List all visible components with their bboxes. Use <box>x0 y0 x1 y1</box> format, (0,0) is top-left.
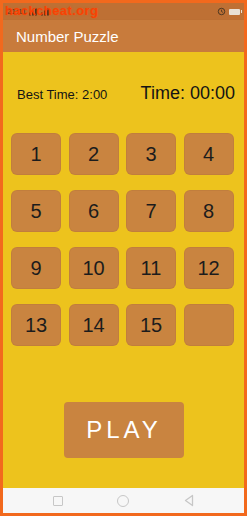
watermark: hackcheat.org <box>5 3 98 18</box>
tile-3[interactable]: 3 <box>126 133 176 175</box>
puzzle-board: 123456789101112131415 <box>11 133 234 346</box>
android-nav-bar <box>3 488 244 513</box>
tile-8[interactable]: 8 <box>184 190 234 232</box>
home-icon[interactable] <box>117 495 129 507</box>
alarm-clock-icon <box>217 7 226 16</box>
best-time-label: Best Time: <box>17 87 78 102</box>
best-time-text: Best Time: 2:00 <box>17 87 107 102</box>
tile-2[interactable]: 2 <box>69 133 119 175</box>
tile-14[interactable]: 14 <box>69 304 119 346</box>
tile-6[interactable]: 6 <box>69 190 119 232</box>
best-time-value: 2:00 <box>82 87 107 102</box>
tile-4[interactable]: 4 <box>184 133 234 175</box>
tile-5[interactable]: 5 <box>11 190 61 232</box>
tile-12[interactable]: 12 <box>184 247 234 289</box>
tile-7[interactable]: 7 <box>126 190 176 232</box>
timer-text: Time: 00:00 <box>141 83 235 104</box>
device-frame: 21:11 hackcheat.or <box>0 0 247 516</box>
main-area: Best Time: 2:00 Time: 00:00 123456789101… <box>3 52 244 488</box>
tile-empty <box>184 304 234 346</box>
recents-icon[interactable] <box>53 496 63 506</box>
tile-9[interactable]: 9 <box>11 247 61 289</box>
timer-value: 00:00 <box>190 83 235 103</box>
tile-13[interactable]: 13 <box>11 304 61 346</box>
page-title: Number Puzzle <box>16 28 119 45</box>
app-bar: Number Puzzle <box>3 20 244 52</box>
play-button[interactable]: PLAY <box>64 402 184 458</box>
back-icon[interactable] <box>183 494 195 507</box>
tile-11[interactable]: 11 <box>126 247 176 289</box>
status-bar-right <box>217 7 240 16</box>
battery-icon <box>229 9 240 15</box>
screen: 21:11 hackcheat.or <box>3 3 244 513</box>
tile-15[interactable]: 15 <box>126 304 176 346</box>
tile-10[interactable]: 10 <box>69 247 119 289</box>
tile-1[interactable]: 1 <box>11 133 61 175</box>
score-row: Best Time: 2:00 Time: 00:00 <box>3 83 244 104</box>
timer-label: Time: <box>141 83 185 103</box>
